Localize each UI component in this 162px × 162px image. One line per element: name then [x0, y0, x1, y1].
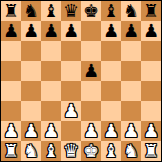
square-c4[interactable] — [41, 81, 61, 101]
piece-black-pawn: ♟ — [63, 22, 79, 40]
piece-white-pawn: ♟ — [3, 122, 19, 140]
piece-black-knight: ♞ — [23, 2, 39, 20]
square-c1[interactable]: ♝ — [41, 141, 61, 161]
square-e7[interactable] — [81, 21, 101, 41]
square-b2[interactable]: ♟ — [21, 121, 41, 141]
square-b4[interactable] — [21, 81, 41, 101]
square-h2[interactable]: ♟ — [141, 121, 161, 141]
square-f4[interactable] — [101, 81, 121, 101]
piece-white-king: ♚ — [83, 142, 99, 160]
piece-white-pawn: ♟ — [43, 122, 59, 140]
square-g3[interactable] — [121, 101, 141, 121]
piece-black-pawn: ♟ — [103, 22, 119, 40]
square-d3[interactable]: ♟ — [61, 101, 81, 121]
square-g4[interactable] — [121, 81, 141, 101]
piece-white-pawn: ♟ — [63, 102, 79, 120]
chess-board: ♜♞♝♛♚♝♞♜♟♟♟♟♟♟♟♟♟♟♟♟♟♟♟♟♜♞♝♛♚♝♞♜ — [0, 0, 162, 162]
piece-white-pawn: ♟ — [143, 122, 159, 140]
square-b6[interactable] — [21, 41, 41, 61]
piece-white-queen: ♛ — [63, 142, 79, 160]
square-h6[interactable] — [141, 41, 161, 61]
square-c3[interactable] — [41, 101, 61, 121]
square-a4[interactable] — [1, 81, 21, 101]
piece-black-pawn: ♟ — [123, 22, 139, 40]
piece-black-bishop: ♝ — [43, 2, 59, 20]
square-f5[interactable] — [101, 61, 121, 81]
piece-black-rook: ♜ — [3, 2, 19, 20]
square-a3[interactable] — [1, 101, 21, 121]
square-f8[interactable]: ♝ — [101, 1, 121, 21]
square-c5[interactable] — [41, 61, 61, 81]
piece-white-pawn: ♟ — [103, 122, 119, 140]
square-h5[interactable] — [141, 61, 161, 81]
piece-black-pawn: ♟ — [23, 22, 39, 40]
square-e1[interactable]: ♚ — [81, 141, 101, 161]
square-c8[interactable]: ♝ — [41, 1, 61, 21]
square-f3[interactable] — [101, 101, 121, 121]
square-b1[interactable]: ♞ — [21, 141, 41, 161]
piece-black-bishop: ♝ — [103, 2, 119, 20]
square-b5[interactable] — [21, 61, 41, 81]
square-a2[interactable]: ♟ — [1, 121, 21, 141]
piece-black-rook: ♜ — [143, 2, 159, 20]
square-d5[interactable] — [61, 61, 81, 81]
piece-black-king: ♚ — [83, 2, 99, 20]
square-b3[interactable] — [21, 101, 41, 121]
square-a6[interactable] — [1, 41, 21, 61]
piece-white-rook: ♜ — [143, 142, 159, 160]
piece-white-bishop: ♝ — [43, 142, 59, 160]
square-a5[interactable] — [1, 61, 21, 81]
square-a1[interactable]: ♜ — [1, 141, 21, 161]
square-c2[interactable]: ♟ — [41, 121, 61, 141]
square-h3[interactable] — [141, 101, 161, 121]
square-h4[interactable] — [141, 81, 161, 101]
square-d4[interactable] — [61, 81, 81, 101]
square-h8[interactable]: ♜ — [141, 1, 161, 21]
square-h7[interactable]: ♟ — [141, 21, 161, 41]
square-d2[interactable] — [61, 121, 81, 141]
square-g2[interactable]: ♟ — [121, 121, 141, 141]
square-b7[interactable]: ♟ — [21, 21, 41, 41]
piece-black-pawn: ♟ — [3, 22, 19, 40]
piece-white-rook: ♜ — [3, 142, 19, 160]
square-g6[interactable] — [121, 41, 141, 61]
square-a8[interactable]: ♜ — [1, 1, 21, 21]
square-b8[interactable]: ♞ — [21, 1, 41, 21]
square-e8[interactable]: ♚ — [81, 1, 101, 21]
square-f7[interactable]: ♟ — [101, 21, 121, 41]
square-f1[interactable]: ♝ — [101, 141, 121, 161]
square-e6[interactable] — [81, 41, 101, 61]
piece-white-knight: ♞ — [23, 142, 39, 160]
piece-black-pawn: ♟ — [43, 22, 59, 40]
piece-black-pawn: ♟ — [83, 62, 99, 80]
square-d6[interactable] — [61, 41, 81, 61]
square-a7[interactable]: ♟ — [1, 21, 21, 41]
square-d7[interactable]: ♟ — [61, 21, 81, 41]
square-g8[interactable]: ♞ — [121, 1, 141, 21]
square-d1[interactable]: ♛ — [61, 141, 81, 161]
square-e5[interactable]: ♟ — [81, 61, 101, 81]
piece-white-knight: ♞ — [123, 142, 139, 160]
piece-black-pawn: ♟ — [143, 22, 159, 40]
square-f2[interactable]: ♟ — [101, 121, 121, 141]
piece-white-pawn: ♟ — [123, 122, 139, 140]
piece-black-queen: ♛ — [63, 2, 79, 20]
square-e2[interactable]: ♟ — [81, 121, 101, 141]
square-g1[interactable]: ♞ — [121, 141, 141, 161]
square-e4[interactable] — [81, 81, 101, 101]
piece-white-pawn: ♟ — [23, 122, 39, 140]
square-h1[interactable]: ♜ — [141, 141, 161, 161]
square-e3[interactable] — [81, 101, 101, 121]
square-c7[interactable]: ♟ — [41, 21, 61, 41]
square-d8[interactable]: ♛ — [61, 1, 81, 21]
square-g7[interactable]: ♟ — [121, 21, 141, 41]
piece-white-bishop: ♝ — [103, 142, 119, 160]
piece-black-knight: ♞ — [123, 2, 139, 20]
piece-white-pawn: ♟ — [83, 122, 99, 140]
square-f6[interactable] — [101, 41, 121, 61]
square-g5[interactable] — [121, 61, 141, 81]
square-c6[interactable] — [41, 41, 61, 61]
